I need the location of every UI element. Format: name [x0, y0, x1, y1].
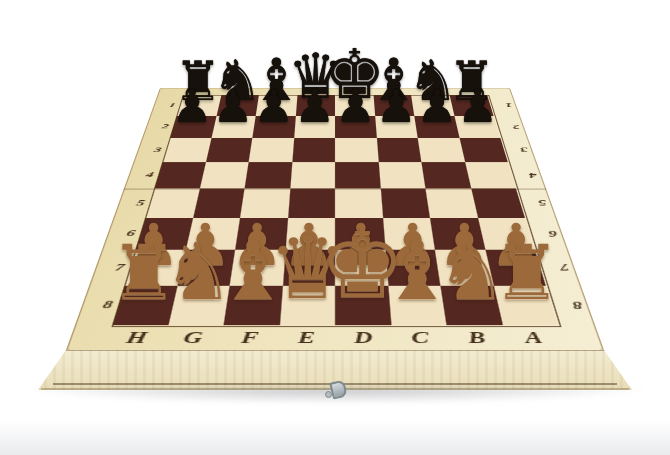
square-c1: [373, 95, 414, 115]
square-f7: [230, 250, 285, 286]
square-f5: [240, 188, 290, 217]
square-g8: [168, 285, 230, 325]
rank-label-right-1: 1: [487, 95, 520, 115]
square-g1: [216, 95, 259, 115]
table-edge-shading: [0, 421, 670, 455]
square-h2: [170, 116, 216, 138]
frame-bottom-right-corner: [558, 325, 605, 351]
square-c5: [380, 188, 430, 217]
square-c8: [388, 285, 447, 325]
box-front-top-line: [59, 350, 611, 351]
square-g2: [211, 116, 256, 138]
square-g5: [193, 188, 245, 217]
square-b3: [418, 138, 465, 162]
square-d4: [335, 162, 380, 188]
file-label-B: B: [446, 325, 508, 351]
square-c4: [378, 162, 425, 188]
clasp-pin: [325, 391, 332, 398]
square-a1: [449, 95, 493, 115]
square-g3: [205, 138, 252, 162]
frame-top: [448, 88, 488, 95]
frame-top: [221, 88, 260, 95]
square-e6: [285, 218, 335, 250]
frame-top: [297, 88, 335, 95]
chess-set-photo: 1122334455667788HGFEDCBA ♜♞♝♛♚♝♞♜♟♟♟♟♟♟♟…: [0, 0, 670, 455]
frame-top: [335, 88, 373, 95]
square-b8: [440, 285, 502, 325]
file-label-G: G: [162, 325, 224, 351]
frame-top-right-corner: [485, 88, 513, 95]
square-b6: [430, 218, 485, 250]
square-f4: [245, 162, 292, 188]
square-h3: [162, 138, 211, 162]
square-d7: [335, 250, 388, 286]
square-c7: [385, 250, 440, 286]
square-d1: [335, 95, 375, 115]
square-h7: [124, 250, 185, 286]
square-e7: [282, 250, 335, 286]
square-b4: [421, 162, 470, 188]
board-3d-wrap: 1122334455667788HGFEDCBA: [66, 88, 605, 351]
square-d8: [335, 285, 391, 325]
square-e3: [292, 138, 335, 162]
square-h5: [145, 188, 199, 217]
square-d3: [335, 138, 378, 162]
square-f6: [235, 218, 287, 250]
file-label-F: F: [220, 325, 280, 351]
square-d5: [335, 188, 382, 217]
square-h1: [177, 95, 221, 115]
square-c3: [376, 138, 421, 162]
square-b5: [425, 188, 477, 217]
square-e8: [279, 285, 335, 325]
rank-label-right-3: 3: [500, 138, 536, 162]
square-g4: [199, 162, 248, 188]
square-f8: [224, 285, 283, 325]
file-label-C: C: [391, 325, 451, 351]
clasp-hook: [329, 379, 348, 399]
square-h4: [154, 162, 205, 188]
square-e1: [295, 95, 335, 115]
square-f2: [252, 116, 295, 138]
frame-top-left-corner: [157, 88, 185, 95]
file-label-E: E: [277, 325, 335, 351]
square-e5: [288, 188, 335, 217]
square-h8: [112, 285, 177, 325]
rank-label-right-2: 2: [493, 116, 527, 138]
clasp-icon: [325, 381, 347, 399]
square-f3: [249, 138, 294, 162]
file-label-D: D: [335, 325, 393, 351]
square-b7: [435, 250, 493, 286]
frame-top: [410, 88, 449, 95]
square-f1: [256, 95, 297, 115]
square-c6: [382, 218, 434, 250]
frame-top: [259, 88, 298, 95]
square-c2: [375, 116, 418, 138]
file-label-A: A: [502, 325, 566, 351]
square-d6: [335, 218, 385, 250]
square-g6: [185, 218, 240, 250]
square-d2: [335, 116, 376, 138]
square-b2: [414, 116, 459, 138]
square-g7: [177, 250, 235, 286]
square-e2: [294, 116, 335, 138]
frame-top: [373, 88, 412, 95]
chess-board: 1122334455667788HGFEDCBA: [66, 88, 605, 351]
square-e4: [290, 162, 335, 188]
frame-top: [183, 88, 223, 95]
square-b1: [411, 95, 454, 115]
file-label-H: H: [104, 325, 168, 351]
square-h6: [135, 218, 192, 250]
square-a2: [454, 116, 500, 138]
